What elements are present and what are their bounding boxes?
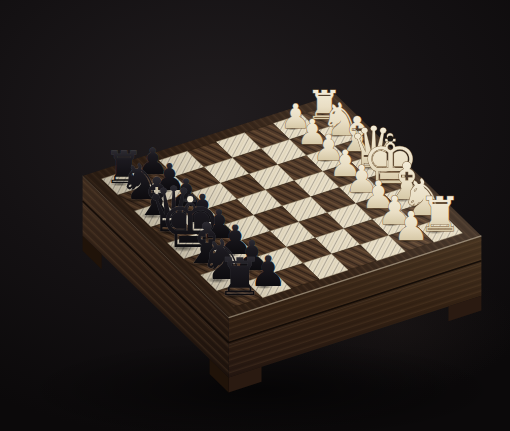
white-pawn-h2: ♟: [393, 203, 429, 249]
chess-scene: ♜♟♞♟♝♟♛♟♟♚♜♟♟♝♞♟♟♞♝♟♟♜♛♟♟♚♟♝♟♞♟♜: [0, 0, 510, 431]
white-king-e1-finial: [387, 136, 393, 142]
chess-set-photo: ♜♟♞♟♝♟♛♟♟♚♜♟♟♝♞♟♟♞♝♟♟♜♛♟♟♚♟♝♟♞♟♜: [0, 0, 510, 431]
black-rook-h8: ♜: [216, 247, 262, 307]
black-king-e8-finial: [187, 196, 193, 202]
